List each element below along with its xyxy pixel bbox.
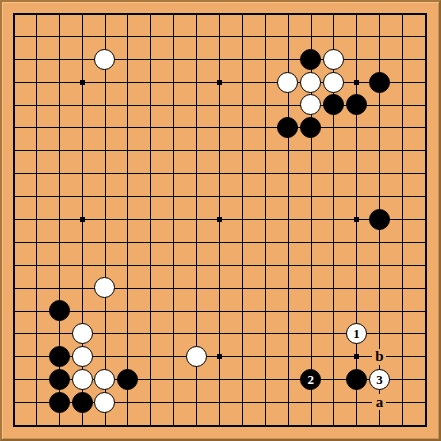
white-stone xyxy=(94,277,115,298)
white-stone xyxy=(72,346,93,367)
black-stone xyxy=(300,49,321,70)
white-stone xyxy=(72,323,93,344)
white-stone xyxy=(277,72,298,93)
black-stone xyxy=(49,346,70,367)
white-stone xyxy=(300,72,321,93)
black-stone xyxy=(369,72,390,93)
go-board: ba123 xyxy=(0,0,441,441)
black-stone-move-2: 2 xyxy=(300,369,321,390)
white-stone xyxy=(323,49,344,70)
black-stone xyxy=(300,117,321,138)
white-stone-move-3: 3 xyxy=(369,369,390,390)
mark-a: a xyxy=(372,394,386,410)
white-stone xyxy=(72,369,93,390)
black-stone xyxy=(323,94,344,115)
white-stone-move-1: 1 xyxy=(346,323,367,344)
black-stone xyxy=(369,209,390,230)
white-stone xyxy=(300,94,321,115)
black-stone xyxy=(117,369,138,390)
black-stone xyxy=(346,369,367,390)
mark-b: b xyxy=(372,349,386,365)
black-stone xyxy=(49,392,70,413)
white-stone xyxy=(94,49,115,70)
stones-layer: ba123 xyxy=(2,2,439,439)
white-stone xyxy=(94,392,115,413)
white-stone xyxy=(323,72,344,93)
white-stone xyxy=(94,369,115,390)
black-stone xyxy=(72,392,93,413)
black-stone xyxy=(277,117,298,138)
black-stone xyxy=(49,300,70,321)
black-stone xyxy=(346,94,367,115)
white-stone xyxy=(186,346,207,367)
black-stone xyxy=(49,369,70,390)
